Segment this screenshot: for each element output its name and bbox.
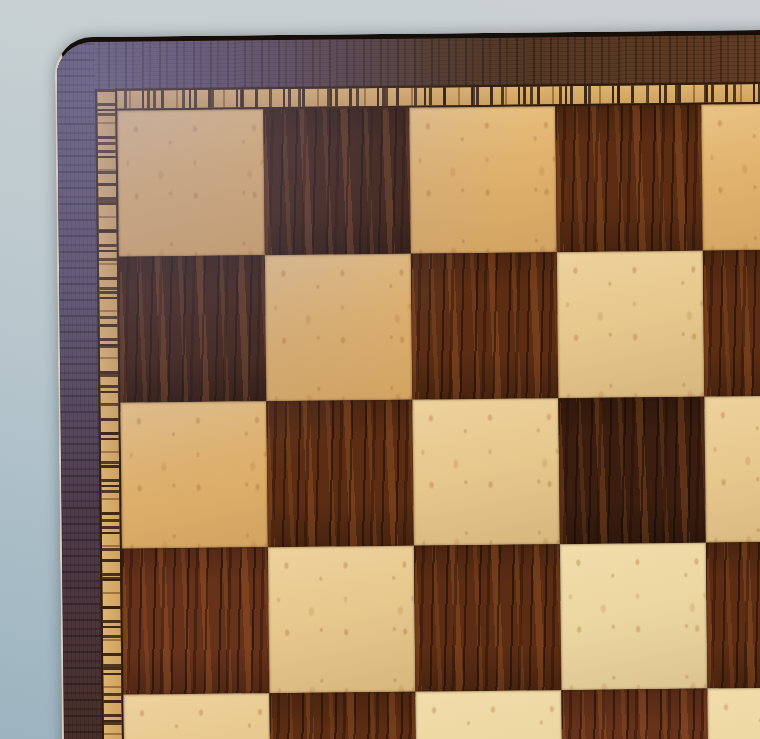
board-squares [117, 103, 760, 739]
square-b7 [265, 254, 413, 402]
square-d5 [560, 543, 708, 691]
square-e5 [706, 541, 760, 689]
square-c5 [414, 544, 562, 692]
square-d4 [561, 689, 709, 739]
square-b6 [266, 400, 414, 548]
square-b5 [268, 546, 416, 694]
photo-background [0, 0, 760, 739]
square-b4 [269, 692, 417, 739]
square-a5 [122, 547, 270, 695]
square-e6 [704, 395, 760, 543]
square-a7 [119, 255, 267, 403]
square-d6 [558, 397, 706, 545]
square-c6 [412, 398, 560, 546]
square-e4 [707, 687, 760, 739]
square-c7 [411, 252, 559, 400]
chessboard [55, 28, 760, 739]
square-c4 [415, 690, 563, 739]
board-frame-top [57, 33, 760, 90]
square-d8 [555, 105, 703, 253]
square-a8 [117, 109, 265, 257]
square-c8 [409, 106, 557, 254]
square-a4 [123, 693, 271, 739]
square-b8 [263, 108, 411, 256]
square-d7 [557, 251, 705, 399]
square-e7 [703, 249, 760, 397]
square-a6 [120, 401, 268, 549]
square-e8 [701, 103, 760, 251]
